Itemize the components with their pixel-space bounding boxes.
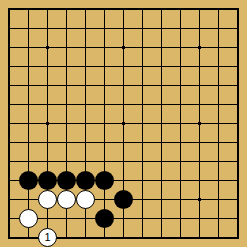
intersection-fj[interactable]: [95, 171, 114, 190]
intersection-hh[interactable]: [133, 133, 152, 152]
intersection-lb[interactable]: [209, 19, 228, 38]
intersection-bl[interactable]: [19, 209, 38, 228]
white-stone-move-1: 1: [38, 228, 57, 247]
intersection-fk[interactable]: [95, 190, 114, 209]
intersection-fd[interactable]: [95, 57, 114, 76]
white-stone: [38, 190, 57, 209]
black-stone: [19, 171, 38, 190]
intersection-ag[interactable]: [0, 114, 19, 133]
intersection-gl[interactable]: [114, 209, 133, 228]
intersection-ak[interactable]: [0, 190, 19, 209]
intersection-ce[interactable]: [38, 76, 57, 95]
intersection-ic[interactable]: [152, 38, 171, 57]
intersection-hd[interactable]: [133, 57, 152, 76]
intersection-dh[interactable]: [57, 133, 76, 152]
intersection-fc[interactable]: [95, 38, 114, 57]
intersection-lh[interactable]: [209, 133, 228, 152]
intersection-am[interactable]: [0, 228, 19, 247]
intersection-lj[interactable]: [209, 171, 228, 190]
intersection-ab[interactable]: [0, 19, 19, 38]
intersection-jk[interactable]: [171, 190, 190, 209]
intersection-ii[interactable]: [152, 152, 171, 171]
intersection-cg[interactable]: [38, 114, 57, 133]
intersection-jb[interactable]: [171, 19, 190, 38]
intersection-jm[interactable]: [171, 228, 190, 247]
intersection-hm[interactable]: [133, 228, 152, 247]
intersection-mk[interactable]: [228, 190, 247, 209]
intersection-ek[interactable]: [76, 190, 95, 209]
intersection-ei[interactable]: [76, 152, 95, 171]
intersection-dc[interactable]: [57, 38, 76, 57]
intersection-ea[interactable]: [76, 0, 95, 19]
intersection-hj[interactable]: [133, 171, 152, 190]
intersection-ge[interactable]: [114, 76, 133, 95]
intersection-dm[interactable]: [57, 228, 76, 247]
black-stone: [57, 171, 76, 190]
intersection-jl[interactable]: [171, 209, 190, 228]
white-stone: [57, 190, 76, 209]
intersection-jg[interactable]: [171, 114, 190, 133]
intersection-fl[interactable]: [95, 209, 114, 228]
intersection-km[interactable]: [190, 228, 209, 247]
intersection-hl[interactable]: [133, 209, 152, 228]
intersection-ie[interactable]: [152, 76, 171, 95]
intersection-lf[interactable]: [209, 95, 228, 114]
intersection-ib[interactable]: [152, 19, 171, 38]
intersection-me[interactable]: [228, 76, 247, 95]
intersection-fh[interactable]: [95, 133, 114, 152]
intersection-fb[interactable]: [95, 19, 114, 38]
intersection-kj[interactable]: [190, 171, 209, 190]
intersection-eg[interactable]: [76, 114, 95, 133]
intersection-lm[interactable]: [209, 228, 228, 247]
intersection-kl[interactable]: [190, 209, 209, 228]
intersection-af[interactable]: [0, 95, 19, 114]
go-board: 1: [0, 0, 247, 247]
intersection-de[interactable]: [57, 76, 76, 95]
intersection-kg[interactable]: [190, 114, 209, 133]
intersection-gc[interactable]: [114, 38, 133, 57]
intersection-cm[interactable]: 1: [38, 228, 57, 247]
intersection-ai[interactable]: [0, 152, 19, 171]
white-stone: [76, 190, 95, 209]
intersection-bf[interactable]: [19, 95, 38, 114]
intersection-ga[interactable]: [114, 0, 133, 19]
intersection-da[interactable]: [57, 0, 76, 19]
intersection-fe[interactable]: [95, 76, 114, 95]
intersection-jf[interactable]: [171, 95, 190, 114]
intersection-bj[interactable]: [19, 171, 38, 190]
intersection-ca[interactable]: [38, 0, 57, 19]
star-point: [46, 46, 49, 49]
intersection-im[interactable]: [152, 228, 171, 247]
intersection-bg[interactable]: [19, 114, 38, 133]
intersection-al[interactable]: [0, 209, 19, 228]
black-stone: [95, 209, 114, 228]
intersection-ef[interactable]: [76, 95, 95, 114]
intersection-bk[interactable]: [19, 190, 38, 209]
intersection-la[interactable]: [209, 0, 228, 19]
intersection-ml[interactable]: [228, 209, 247, 228]
intersection-bb[interactable]: [19, 19, 38, 38]
intersection-ae[interactable]: [0, 76, 19, 95]
intersection-je[interactable]: [171, 76, 190, 95]
intersection-gi[interactable]: [114, 152, 133, 171]
intersection-cc[interactable]: [38, 38, 57, 57]
intersection-ma[interactable]: [228, 0, 247, 19]
intersection-il[interactable]: [152, 209, 171, 228]
intersection-jj[interactable]: [171, 171, 190, 190]
intersection-hf[interactable]: [133, 95, 152, 114]
intersection-ch[interactable]: [38, 133, 57, 152]
intersection-di[interactable]: [57, 152, 76, 171]
black-stone: [95, 171, 114, 190]
intersection-ia[interactable]: [152, 0, 171, 19]
black-stone: [38, 171, 57, 190]
intersection-df[interactable]: [57, 95, 76, 114]
intersection-ll[interactable]: [209, 209, 228, 228]
intersection-le[interactable]: [209, 76, 228, 95]
star-point: [122, 46, 125, 49]
intersection-ij[interactable]: [152, 171, 171, 190]
intersection-id[interactable]: [152, 57, 171, 76]
intersection-ja[interactable]: [171, 0, 190, 19]
intersection-md[interactable]: [228, 57, 247, 76]
intersection-fg[interactable]: [95, 114, 114, 133]
intersection-ci[interactable]: [38, 152, 57, 171]
intersection-el[interactable]: [76, 209, 95, 228]
intersection-dl[interactable]: [57, 209, 76, 228]
intersection-ik[interactable]: [152, 190, 171, 209]
intersection-em[interactable]: [76, 228, 95, 247]
intersection-mb[interactable]: [228, 19, 247, 38]
intersection-kk[interactable]: [190, 190, 209, 209]
intersection-gb[interactable]: [114, 19, 133, 38]
intersection-gf[interactable]: [114, 95, 133, 114]
intersection-gg[interactable]: [114, 114, 133, 133]
intersection-bd[interactable]: [19, 57, 38, 76]
intersection-jh[interactable]: [171, 133, 190, 152]
intersection-if[interactable]: [152, 95, 171, 114]
intersection-aj[interactable]: [0, 171, 19, 190]
intersection-jd[interactable]: [171, 57, 190, 76]
intersection-ba[interactable]: [19, 0, 38, 19]
intersection-cf[interactable]: [38, 95, 57, 114]
intersection-hk[interactable]: [133, 190, 152, 209]
intersection-ld[interactable]: [209, 57, 228, 76]
intersection-cj[interactable]: [38, 171, 57, 190]
intersection-hb[interactable]: [133, 19, 152, 38]
intersection-bi[interactable]: [19, 152, 38, 171]
intersection-fm[interactable]: [95, 228, 114, 247]
intersection-ki[interactable]: [190, 152, 209, 171]
star-point: [46, 122, 49, 125]
intersection-be[interactable]: [19, 76, 38, 95]
star-point: [198, 122, 201, 125]
intersection-kh[interactable]: [190, 133, 209, 152]
intersection-ed[interactable]: [76, 57, 95, 76]
intersection-fa[interactable]: [95, 0, 114, 19]
intersection-ee[interactable]: [76, 76, 95, 95]
intersection-ck[interactable]: [38, 190, 57, 209]
intersection-eb[interactable]: [76, 19, 95, 38]
intersection-hg[interactable]: [133, 114, 152, 133]
intersection-he[interactable]: [133, 76, 152, 95]
intersection-cb[interactable]: [38, 19, 57, 38]
intersection-mg[interactable]: [228, 114, 247, 133]
intersection-ji[interactable]: [171, 152, 190, 171]
intersection-ke[interactable]: [190, 76, 209, 95]
black-stone: [76, 171, 95, 190]
star-point: [198, 198, 201, 201]
intersection-mi[interactable]: [228, 152, 247, 171]
intersection-aa[interactable]: [0, 0, 19, 19]
intersection-lk[interactable]: [209, 190, 228, 209]
intersection-lg[interactable]: [209, 114, 228, 133]
intersection-ff[interactable]: [95, 95, 114, 114]
intersection-gk[interactable]: [114, 190, 133, 209]
intersection-mf[interactable]: [228, 95, 247, 114]
intersection-mc[interactable]: [228, 38, 247, 57]
intersection-dj[interactable]: [57, 171, 76, 190]
intersection-hc[interactable]: [133, 38, 152, 57]
intersection-kf[interactable]: [190, 95, 209, 114]
intersection-cl[interactable]: [38, 209, 57, 228]
intersection-gh[interactable]: [114, 133, 133, 152]
white-stone: [19, 209, 38, 228]
intersection-ej[interactable]: [76, 171, 95, 190]
intersection-jc[interactable]: [171, 38, 190, 57]
black-stone: [114, 190, 133, 209]
star-point: [198, 46, 201, 49]
intersection-fi[interactable]: [95, 152, 114, 171]
intersection-kb[interactable]: [190, 19, 209, 38]
intersection-kd[interactable]: [190, 57, 209, 76]
intersection-ha[interactable]: [133, 0, 152, 19]
intersection-eh[interactable]: [76, 133, 95, 152]
intersection-cd[interactable]: [38, 57, 57, 76]
intersection-db[interactable]: [57, 19, 76, 38]
intersection-ig[interactable]: [152, 114, 171, 133]
intersection-ad[interactable]: [0, 57, 19, 76]
intersection-ka[interactable]: [190, 0, 209, 19]
intersection-gm[interactable]: [114, 228, 133, 247]
intersection-li[interactable]: [209, 152, 228, 171]
intersection-mm[interactable]: [228, 228, 247, 247]
intersection-ih[interactable]: [152, 133, 171, 152]
intersection-gj[interactable]: [114, 171, 133, 190]
star-point: [122, 122, 125, 125]
intersection-mh[interactable]: [228, 133, 247, 152]
intersection-hi[interactable]: [133, 152, 152, 171]
intersection-mj[interactable]: [228, 171, 247, 190]
intersection-ec[interactable]: [76, 38, 95, 57]
intersection-kc[interactable]: [190, 38, 209, 57]
intersection-ac[interactable]: [0, 38, 19, 57]
intersection-lc[interactable]: [209, 38, 228, 57]
intersection-gd[interactable]: [114, 57, 133, 76]
intersection-dd[interactable]: [57, 57, 76, 76]
intersection-bh[interactable]: [19, 133, 38, 152]
intersection-bm[interactable]: [19, 228, 38, 247]
intersection-bc[interactable]: [19, 38, 38, 57]
intersection-dk[interactable]: [57, 190, 76, 209]
intersection-dg[interactable]: [57, 114, 76, 133]
intersection-ah[interactable]: [0, 133, 19, 152]
